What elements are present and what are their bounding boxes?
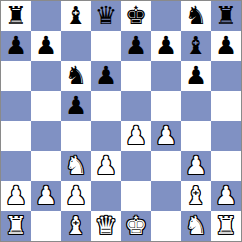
- square-c4[interactable]: [61, 121, 91, 151]
- square-h5[interactable]: [211, 91, 241, 121]
- square-f2[interactable]: [151, 181, 181, 211]
- square-h7[interactable]: ♟: [211, 31, 241, 61]
- black-pawn-piece: ♟: [95, 61, 117, 91]
- square-h6[interactable]: [211, 61, 241, 91]
- square-g2[interactable]: ♝: [181, 181, 211, 211]
- square-b7[interactable]: ♟: [31, 31, 61, 61]
- white-queen-piece: ♛: [95, 211, 117, 241]
- black-pawn-piece: ♟: [5, 31, 27, 61]
- square-f3[interactable]: [151, 151, 181, 181]
- square-h8[interactable]: ♜: [211, 1, 241, 31]
- white-pawn-piece: ♟: [35, 181, 57, 211]
- black-pawn-piece: ♟: [185, 61, 207, 91]
- square-g3[interactable]: ♟: [181, 151, 211, 181]
- square-c3[interactable]: ♞: [61, 151, 91, 181]
- square-e7[interactable]: ♟: [121, 31, 151, 61]
- square-f8[interactable]: [151, 1, 181, 31]
- square-b1[interactable]: [31, 211, 61, 241]
- white-knight-piece: ♞: [65, 151, 87, 181]
- square-e5[interactable]: [121, 91, 151, 121]
- black-pawn-piece: ♟: [155, 31, 177, 61]
- white-knight-piece: ♞: [185, 211, 207, 241]
- white-rook-piece: ♜: [5, 211, 27, 241]
- square-a8[interactable]: ♜: [1, 1, 31, 31]
- square-e2[interactable]: [121, 181, 151, 211]
- black-knight-piece: ♞: [65, 61, 87, 91]
- black-queen-piece: ♛: [95, 1, 117, 31]
- black-pawn-piece: ♟: [125, 31, 147, 61]
- black-pawn-piece: ♟: [35, 31, 57, 61]
- white-rook-piece: ♜: [215, 211, 237, 241]
- square-d5[interactable]: [91, 91, 121, 121]
- square-g1[interactable]: ♞: [181, 211, 211, 241]
- square-h1[interactable]: ♜: [211, 211, 241, 241]
- square-d7[interactable]: [91, 31, 121, 61]
- square-d3[interactable]: ♟: [91, 151, 121, 181]
- square-e1[interactable]: ♚: [121, 211, 151, 241]
- square-g6[interactable]: ♟: [181, 61, 211, 91]
- square-c5[interactable]: ♟: [61, 91, 91, 121]
- square-f6[interactable]: [151, 61, 181, 91]
- square-a7[interactable]: ♟: [1, 31, 31, 61]
- square-g7[interactable]: ♝: [181, 31, 211, 61]
- white-pawn-piece: ♟: [65, 181, 87, 211]
- square-e4[interactable]: ♟: [121, 121, 151, 151]
- black-king-piece: ♚: [125, 1, 147, 31]
- white-bishop-piece: ♝: [185, 181, 207, 211]
- black-pawn-piece: ♟: [65, 91, 87, 121]
- square-f4[interactable]: ♟: [151, 121, 181, 151]
- square-b2[interactable]: ♟: [31, 181, 61, 211]
- square-b5[interactable]: [31, 91, 61, 121]
- square-h2[interactable]: ♟: [211, 181, 241, 211]
- square-a3[interactable]: [1, 151, 31, 181]
- square-h3[interactable]: [211, 151, 241, 181]
- square-f5[interactable]: [151, 91, 181, 121]
- square-e8[interactable]: ♚: [121, 1, 151, 31]
- black-knight-piece: ♞: [185, 1, 207, 31]
- square-c7[interactable]: [61, 31, 91, 61]
- square-g5[interactable]: [181, 91, 211, 121]
- square-c1[interactable]: ♝: [61, 211, 91, 241]
- square-b6[interactable]: [31, 61, 61, 91]
- square-c2[interactable]: ♟: [61, 181, 91, 211]
- square-e3[interactable]: [121, 151, 151, 181]
- square-d6[interactable]: ♟: [91, 61, 121, 91]
- square-g8[interactable]: ♞: [181, 1, 211, 31]
- square-c6[interactable]: ♞: [61, 61, 91, 91]
- square-d4[interactable]: [91, 121, 121, 151]
- square-a5[interactable]: [1, 91, 31, 121]
- black-pawn-piece: ♟: [215, 31, 237, 61]
- white-pawn-piece: ♟: [5, 181, 27, 211]
- white-pawn-piece: ♟: [155, 121, 177, 151]
- square-e6[interactable]: [121, 61, 151, 91]
- square-a2[interactable]: ♟: [1, 181, 31, 211]
- black-bishop-piece: ♝: [185, 31, 207, 61]
- black-rook-piece: ♜: [5, 1, 27, 31]
- square-a4[interactable]: [1, 121, 31, 151]
- black-rook-piece: ♜: [215, 1, 237, 31]
- square-f7[interactable]: ♟: [151, 31, 181, 61]
- square-f1[interactable]: [151, 211, 181, 241]
- square-g4[interactable]: [181, 121, 211, 151]
- square-a1[interactable]: ♜: [1, 211, 31, 241]
- square-d8[interactable]: ♛: [91, 1, 121, 31]
- black-bishop-piece: ♝: [65, 1, 87, 31]
- square-d2[interactable]: [91, 181, 121, 211]
- chess-board: ♜♝♛♚♞♜♟♟♟♟♝♟♞♟♟♟♟♟♞♟♟♟♟♟♝♟♜♝♛♚♞♜: [1, 1, 241, 241]
- white-pawn-piece: ♟: [185, 151, 207, 181]
- white-pawn-piece: ♟: [125, 121, 147, 151]
- white-pawn-piece: ♟: [215, 181, 237, 211]
- square-h4[interactable]: [211, 121, 241, 151]
- square-c8[interactable]: ♝: [61, 1, 91, 31]
- square-b4[interactable]: [31, 121, 61, 151]
- white-pawn-piece: ♟: [95, 151, 117, 181]
- chess-board-frame: ♜♝♛♚♞♜♟♟♟♟♝♟♞♟♟♟♟♟♞♟♟♟♟♟♝♟♜♝♛♚♞♜: [0, 0, 242, 242]
- white-king-piece: ♚: [125, 211, 147, 241]
- white-bishop-piece: ♝: [65, 211, 87, 241]
- square-b8[interactable]: [31, 1, 61, 31]
- square-a6[interactable]: [1, 61, 31, 91]
- square-d1[interactable]: ♛: [91, 211, 121, 241]
- square-b3[interactable]: [31, 151, 61, 181]
